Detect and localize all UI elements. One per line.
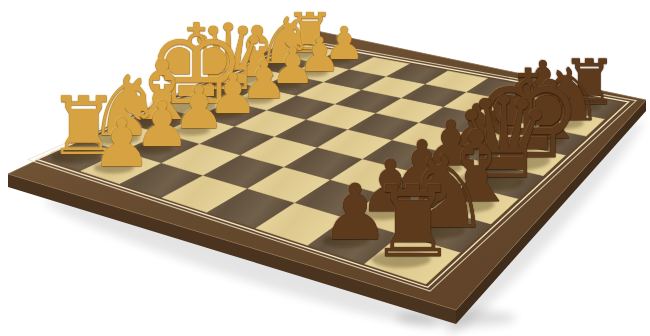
piece-shadow — [372, 251, 431, 268]
piece-shadow — [272, 81, 302, 89]
piece-shadow — [452, 143, 487, 153]
piece-shadow — [323, 234, 369, 247]
piece-shadow — [477, 150, 550, 171]
piece-shadow — [287, 49, 320, 58]
piece-shadow — [404, 222, 465, 239]
piece-shadow — [127, 114, 177, 128]
piece-shadow — [174, 126, 209, 136]
piece-shadow — [360, 208, 403, 220]
piece-shadow — [425, 163, 462, 174]
piece-shadow — [242, 95, 274, 104]
piece-shadow — [456, 172, 524, 191]
piece-shadow — [516, 134, 565, 148]
chess-set-photo: ♜♟♞♟♝♟♛♟♟♚♜♟♟♝♞♟♟♞♝♟♟♜♚♟♟♛♟♝♟♞♟♜ — [0, 0, 650, 336]
piece-shadow — [90, 131, 140, 145]
piece-shadow — [394, 184, 434, 195]
piece-shadow — [563, 102, 600, 113]
piece-shadow — [136, 143, 174, 154]
piece-shadow — [150, 97, 216, 116]
piece-shadow — [325, 57, 352, 65]
piece-shadow — [190, 84, 245, 99]
piece-shadow — [50, 149, 98, 163]
chess-board — [0, 0, 650, 336]
piece-shadow — [478, 125, 511, 134]
piece-shadow — [435, 196, 494, 213]
piece-shadow — [209, 110, 242, 119]
piece-shadow — [300, 68, 328, 76]
piece-shadow — [228, 72, 270, 84]
piece-shadow — [540, 117, 584, 129]
piece-shadow — [522, 94, 552, 102]
piece-shadow — [501, 109, 532, 118]
piece-shadow — [94, 162, 134, 173]
piece-shadow — [258, 60, 296, 71]
